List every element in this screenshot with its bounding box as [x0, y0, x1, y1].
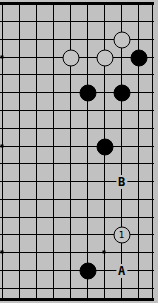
grid-hline [0, 146, 154, 147]
star-point [103, 251, 106, 254]
grid-hline [0, 217, 154, 218]
go-board: 1BA [0, 0, 158, 303]
grid-hline [0, 128, 154, 129]
grid-vline [36, 2, 37, 301]
point-label-b: B [116, 175, 127, 189]
white-stone [62, 49, 79, 66]
move-number: 1 [119, 230, 125, 239]
board-edge-line [0, 2, 154, 5]
grid-hline [0, 270, 154, 271]
board-edge-line [0, 298, 154, 301]
grid-hline [0, 39, 154, 40]
black-stone [113, 84, 130, 101]
grid-hline [0, 110, 154, 111]
grid-vline [87, 2, 88, 301]
grid-hline [0, 21, 154, 22]
grid-hline [0, 252, 154, 253]
star-point [1, 56, 4, 59]
star-point [1, 251, 4, 254]
grid-hline [0, 181, 154, 182]
black-stone [130, 49, 147, 66]
white-stone [113, 31, 130, 48]
move-1-stone: 1 [113, 226, 130, 243]
star-point [1, 145, 4, 148]
black-stone [96, 138, 113, 155]
grid-hline [0, 92, 154, 93]
grid-hline [0, 234, 154, 235]
point-label-a: A [116, 264, 127, 278]
grid-vline [19, 2, 20, 301]
board-edge-line [152, 2, 153, 301]
grid-hline [0, 288, 154, 289]
grid-vline [53, 2, 54, 301]
grid-vline [138, 2, 139, 301]
black-stone [79, 262, 96, 279]
grid-hline [0, 163, 154, 164]
grid-vline [2, 2, 3, 301]
grid-hline [0, 199, 154, 200]
grid-hline [0, 74, 154, 75]
grid-vline [70, 2, 71, 301]
white-stone [96, 49, 113, 66]
black-stone [79, 84, 96, 101]
